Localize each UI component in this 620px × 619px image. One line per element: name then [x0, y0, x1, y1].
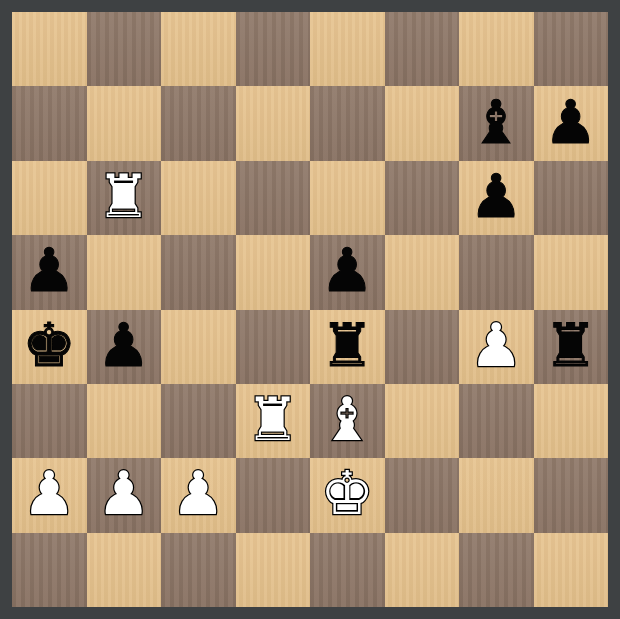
square-b8[interactable] — [87, 12, 162, 86]
square-d3[interactable]: ♜ — [236, 384, 311, 458]
square-f3[interactable] — [385, 384, 460, 458]
square-e5[interactable]: ♟ — [310, 235, 385, 309]
square-d7[interactable] — [236, 86, 311, 160]
piece-white-rook-icon[interactable]: ♜ — [97, 166, 151, 226]
square-c8[interactable] — [161, 12, 236, 86]
square-c2[interactable]: ♟ — [161, 458, 236, 532]
piece-black-pawn-icon[interactable]: ♟ — [544, 92, 598, 152]
square-a6[interactable] — [12, 161, 87, 235]
square-e7[interactable] — [310, 86, 385, 160]
square-g1[interactable] — [459, 533, 534, 607]
piece-white-pawn-icon[interactable]: ♟ — [97, 463, 151, 523]
square-e1[interactable] — [310, 533, 385, 607]
square-f8[interactable] — [385, 12, 460, 86]
square-b7[interactable] — [87, 86, 162, 160]
square-d5[interactable] — [236, 235, 311, 309]
square-b1[interactable] — [87, 533, 162, 607]
piece-black-king-icon[interactable]: ♚ — [22, 315, 76, 375]
piece-white-king-icon[interactable]: ♚ — [320, 463, 374, 523]
square-a1[interactable] — [12, 533, 87, 607]
square-f4[interactable] — [385, 310, 460, 384]
square-g6[interactable]: ♟ — [459, 161, 534, 235]
square-h2[interactable] — [534, 458, 609, 532]
chessboard: ♝♟♜♟♟♟♚♟♜♟♜♜♝♟♟♟♚ — [12, 12, 608, 607]
square-g5[interactable] — [459, 235, 534, 309]
square-f5[interactable] — [385, 235, 460, 309]
square-h6[interactable] — [534, 161, 609, 235]
square-a7[interactable] — [12, 86, 87, 160]
chessboard-frame: ♝♟♜♟♟♟♚♟♜♟♜♜♝♟♟♟♚ — [0, 0, 620, 619]
square-f2[interactable] — [385, 458, 460, 532]
square-h8[interactable] — [534, 12, 609, 86]
square-d2[interactable] — [236, 458, 311, 532]
piece-black-bishop-icon[interactable]: ♝ — [469, 92, 523, 152]
square-d8[interactable] — [236, 12, 311, 86]
square-c1[interactable] — [161, 533, 236, 607]
square-b4[interactable]: ♟ — [87, 310, 162, 384]
square-h3[interactable] — [534, 384, 609, 458]
square-c4[interactable] — [161, 310, 236, 384]
square-d6[interactable] — [236, 161, 311, 235]
square-h5[interactable] — [534, 235, 609, 309]
piece-black-pawn-icon[interactable]: ♟ — [320, 240, 374, 300]
square-e4[interactable]: ♜ — [310, 310, 385, 384]
piece-white-pawn-icon[interactable]: ♟ — [22, 463, 76, 523]
square-b5[interactable] — [87, 235, 162, 309]
square-f6[interactable] — [385, 161, 460, 235]
square-c3[interactable] — [161, 384, 236, 458]
square-c6[interactable] — [161, 161, 236, 235]
square-g2[interactable] — [459, 458, 534, 532]
square-a3[interactable] — [12, 384, 87, 458]
piece-white-pawn-icon[interactable]: ♟ — [171, 463, 225, 523]
square-g4[interactable]: ♟ — [459, 310, 534, 384]
square-g3[interactable] — [459, 384, 534, 458]
square-e3[interactable]: ♝ — [310, 384, 385, 458]
piece-black-pawn-icon[interactable]: ♟ — [469, 166, 523, 226]
square-a5[interactable]: ♟ — [12, 235, 87, 309]
piece-black-rook-icon[interactable]: ♜ — [544, 315, 598, 375]
square-a8[interactable] — [12, 12, 87, 86]
square-b2[interactable]: ♟ — [87, 458, 162, 532]
square-e2[interactable]: ♚ — [310, 458, 385, 532]
square-a2[interactable]: ♟ — [12, 458, 87, 532]
piece-white-bishop-icon[interactable]: ♝ — [320, 389, 374, 449]
square-f7[interactable] — [385, 86, 460, 160]
piece-black-rook-icon[interactable]: ♜ — [320, 315, 374, 375]
square-e6[interactable] — [310, 161, 385, 235]
square-f1[interactable] — [385, 533, 460, 607]
square-d4[interactable] — [236, 310, 311, 384]
square-d1[interactable] — [236, 533, 311, 607]
square-g7[interactable]: ♝ — [459, 86, 534, 160]
piece-white-pawn-icon[interactable]: ♟ — [469, 315, 523, 375]
square-a4[interactable]: ♚ — [12, 310, 87, 384]
square-c7[interactable] — [161, 86, 236, 160]
square-h7[interactable]: ♟ — [534, 86, 609, 160]
piece-black-pawn-icon[interactable]: ♟ — [97, 315, 151, 375]
piece-black-pawn-icon[interactable]: ♟ — [22, 240, 76, 300]
square-e8[interactable] — [310, 12, 385, 86]
square-b3[interactable] — [87, 384, 162, 458]
square-c5[interactable] — [161, 235, 236, 309]
piece-white-rook-icon[interactable]: ♜ — [246, 389, 300, 449]
square-b6[interactable]: ♜ — [87, 161, 162, 235]
square-g8[interactable] — [459, 12, 534, 86]
square-h4[interactable]: ♜ — [534, 310, 609, 384]
square-h1[interactable] — [534, 533, 609, 607]
